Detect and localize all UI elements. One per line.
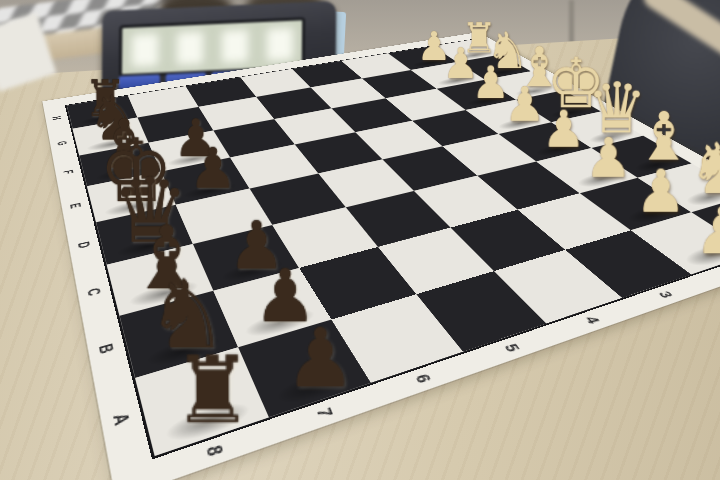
- file-label-F: F: [60, 167, 77, 177]
- file-label-B: B: [94, 339, 119, 359]
- clock-digit-glow: [266, 28, 292, 61]
- file-label-D: D: [74, 238, 94, 252]
- rank-label-5: 5: [498, 338, 527, 357]
- clock-digit-glow: [176, 32, 202, 65]
- file-label-A: A: [108, 407, 136, 432]
- clock-digit-glow: [131, 34, 157, 67]
- rank-label-4: 4: [578, 311, 607, 329]
- rank-label-6: 6: [409, 368, 438, 389]
- file-label-H: H: [49, 114, 64, 122]
- file-label-E: E: [66, 200, 85, 212]
- piece-white-pawn[interactable]: ♟: [679, 201, 720, 262]
- rank-label-8: 8: [201, 437, 230, 464]
- tournament-photo: 10 ♜♟♜♞♟♞♝♟♟♝♚♟♟♚♛♟♛♝♟♟♝♞♟♟♞♜♟♟♜ H8G7F6E…: [0, 0, 720, 480]
- clock-digit-glow: [221, 30, 247, 63]
- file-label-C: C: [83, 284, 105, 300]
- rank-label-7: 7: [310, 401, 339, 425]
- piece-black-pawn[interactable]: ♟: [266, 320, 375, 397]
- square-a3[interactable]: [565, 230, 691, 297]
- square-a8[interactable]: ♜: [135, 347, 269, 456]
- rank-label-3: 3: [651, 287, 680, 303]
- file-label-G: G: [54, 139, 70, 148]
- piece-black-rook[interactable]: ♜: [155, 346, 270, 434]
